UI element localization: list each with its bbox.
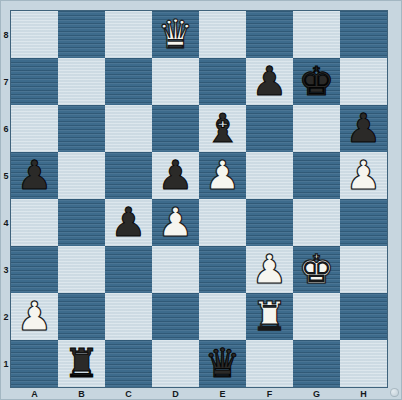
square-d3[interactable] bbox=[152, 246, 199, 293]
square-c4[interactable]: ♟ bbox=[105, 199, 152, 246]
square-g6[interactable] bbox=[293, 105, 340, 152]
square-c5[interactable] bbox=[105, 152, 152, 199]
square-f6[interactable] bbox=[246, 105, 293, 152]
rank-label-6: 6 bbox=[1, 105, 11, 152]
rank-label-3: 3 bbox=[1, 246, 11, 293]
square-f8[interactable] bbox=[246, 11, 293, 58]
square-a1[interactable] bbox=[11, 340, 58, 387]
square-h1[interactable] bbox=[340, 340, 387, 387]
square-b2[interactable] bbox=[58, 293, 105, 340]
square-g8[interactable] bbox=[293, 11, 340, 58]
watermark-dot bbox=[390, 388, 399, 397]
square-h8[interactable] bbox=[340, 11, 387, 58]
piece-white-pawn: ♟ bbox=[205, 152, 241, 199]
rank-label-7: 7 bbox=[1, 58, 11, 105]
square-e1[interactable]: ♛ bbox=[199, 340, 246, 387]
square-c1[interactable] bbox=[105, 340, 152, 387]
square-a7[interactable] bbox=[11, 58, 58, 105]
chessboard: ♛♟♚♝♟♟♟♟♟♟♟♟♚♟♜♜♛ bbox=[11, 11, 387, 387]
square-f4[interactable] bbox=[246, 199, 293, 246]
square-h4[interactable] bbox=[340, 199, 387, 246]
piece-black-bishop: ♝ bbox=[205, 105, 241, 152]
square-h2[interactable] bbox=[340, 293, 387, 340]
square-a4[interactable] bbox=[11, 199, 58, 246]
piece-black-pawn: ♟ bbox=[346, 105, 382, 152]
square-b3[interactable] bbox=[58, 246, 105, 293]
square-h5[interactable]: ♟ bbox=[340, 152, 387, 199]
square-c3[interactable] bbox=[105, 246, 152, 293]
square-b4[interactable] bbox=[58, 199, 105, 246]
piece-white-queen: ♛ bbox=[158, 11, 194, 58]
square-g4[interactable] bbox=[293, 199, 340, 246]
file-label-f: F bbox=[246, 388, 293, 400]
square-b1[interactable]: ♜ bbox=[58, 340, 105, 387]
square-g2[interactable] bbox=[293, 293, 340, 340]
file-label-c: C bbox=[105, 388, 152, 400]
rank-label-1: 1 bbox=[1, 340, 11, 387]
square-b6[interactable] bbox=[58, 105, 105, 152]
piece-black-rook: ♜ bbox=[64, 340, 100, 387]
piece-black-pawn: ♟ bbox=[111, 199, 147, 246]
piece-black-pawn: ♟ bbox=[252, 58, 288, 105]
piece-white-pawn: ♟ bbox=[158, 199, 194, 246]
square-a5[interactable]: ♟ bbox=[11, 152, 58, 199]
square-c8[interactable] bbox=[105, 11, 152, 58]
file-label-h: H bbox=[340, 388, 387, 400]
square-d1[interactable] bbox=[152, 340, 199, 387]
piece-white-rook: ♜ bbox=[252, 293, 288, 340]
piece-black-queen: ♛ bbox=[205, 340, 241, 387]
square-d5[interactable]: ♟ bbox=[152, 152, 199, 199]
square-h6[interactable]: ♟ bbox=[340, 105, 387, 152]
chessboard-frame: ♛♟♚♝♟♟♟♟♟♟♟♟♚♟♜♜♛ 87654321 ABCDEFGH bbox=[0, 0, 402, 400]
square-a6[interactable] bbox=[11, 105, 58, 152]
file-label-b: B bbox=[58, 388, 105, 400]
square-f3[interactable]: ♟ bbox=[246, 246, 293, 293]
piece-white-pawn: ♟ bbox=[17, 293, 53, 340]
file-label-d: D bbox=[152, 388, 199, 400]
rank-label-4: 4 bbox=[1, 199, 11, 246]
square-e5[interactable]: ♟ bbox=[199, 152, 246, 199]
piece-white-king: ♚ bbox=[299, 246, 335, 293]
square-a2[interactable]: ♟ bbox=[11, 293, 58, 340]
square-g3[interactable]: ♚ bbox=[293, 246, 340, 293]
rank-label-5: 5 bbox=[1, 152, 11, 199]
square-e2[interactable] bbox=[199, 293, 246, 340]
file-label-g: G bbox=[293, 388, 340, 400]
file-label-e: E bbox=[199, 388, 246, 400]
square-f1[interactable] bbox=[246, 340, 293, 387]
square-d8[interactable]: ♛ bbox=[152, 11, 199, 58]
piece-white-pawn: ♟ bbox=[252, 246, 288, 293]
square-f2[interactable]: ♜ bbox=[246, 293, 293, 340]
square-f5[interactable] bbox=[246, 152, 293, 199]
file-label-a: A bbox=[11, 388, 58, 400]
square-b8[interactable] bbox=[58, 11, 105, 58]
piece-white-pawn: ♟ bbox=[346, 152, 382, 199]
square-d4[interactable]: ♟ bbox=[152, 199, 199, 246]
square-f7[interactable]: ♟ bbox=[246, 58, 293, 105]
square-d6[interactable] bbox=[152, 105, 199, 152]
rank-label-8: 8 bbox=[1, 11, 11, 58]
square-g5[interactable] bbox=[293, 152, 340, 199]
square-a3[interactable] bbox=[11, 246, 58, 293]
square-e8[interactable] bbox=[199, 11, 246, 58]
square-c7[interactable] bbox=[105, 58, 152, 105]
square-a8[interactable] bbox=[11, 11, 58, 58]
square-h3[interactable] bbox=[340, 246, 387, 293]
piece-black-pawn: ♟ bbox=[158, 152, 194, 199]
piece-black-king: ♚ bbox=[299, 58, 335, 105]
square-d2[interactable] bbox=[152, 293, 199, 340]
rank-label-2: 2 bbox=[1, 293, 11, 340]
square-d7[interactable] bbox=[152, 58, 199, 105]
square-g7[interactable]: ♚ bbox=[293, 58, 340, 105]
square-c6[interactable] bbox=[105, 105, 152, 152]
square-c2[interactable] bbox=[105, 293, 152, 340]
square-e6[interactable]: ♝ bbox=[199, 105, 246, 152]
square-b5[interactable] bbox=[58, 152, 105, 199]
square-g1[interactable] bbox=[293, 340, 340, 387]
square-h7[interactable] bbox=[340, 58, 387, 105]
piece-black-pawn: ♟ bbox=[17, 152, 53, 199]
square-e4[interactable] bbox=[199, 199, 246, 246]
square-e7[interactable] bbox=[199, 58, 246, 105]
square-b7[interactable] bbox=[58, 58, 105, 105]
square-e3[interactable] bbox=[199, 246, 246, 293]
